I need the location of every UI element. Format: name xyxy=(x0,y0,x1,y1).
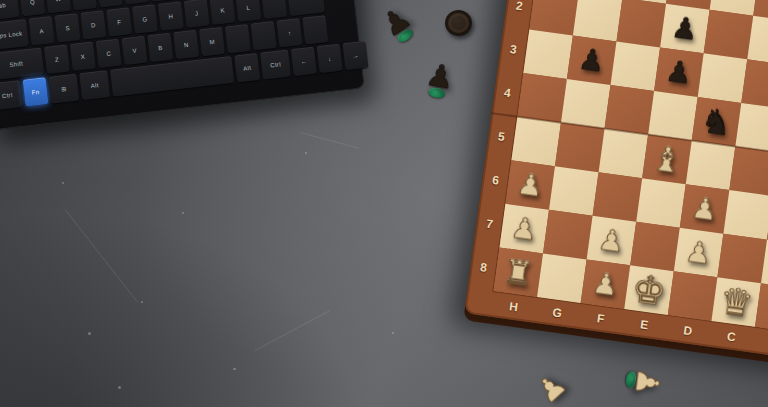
key-z: Z xyxy=(44,44,70,73)
piece-glyph: ♞ xyxy=(699,100,735,144)
white-pawn-h6[interactable]: ♟ xyxy=(505,160,555,210)
key-b: B xyxy=(147,33,173,62)
square-h3[interactable] xyxy=(523,29,573,79)
square-g4[interactable] xyxy=(561,79,611,129)
key-d: D xyxy=(80,10,106,39)
white-pawn-d7[interactable]: ♟ xyxy=(674,228,724,278)
black-pawn-e2[interactable]: ♟ xyxy=(660,4,710,54)
black-pawn-lying-1: ♟ xyxy=(374,0,420,47)
square-h4[interactable] xyxy=(517,73,567,123)
white-bishop-e5[interactable]: ♝ xyxy=(642,135,692,185)
key-alt: Alt xyxy=(234,53,260,82)
black-piece-upside-down xyxy=(445,10,472,36)
square-e4[interactable] xyxy=(648,91,698,141)
piece-glyph: ♚ xyxy=(629,266,669,314)
black-pawn-g3[interactable]: ♟ xyxy=(567,35,617,85)
square-d5[interactable] xyxy=(686,141,736,191)
square-g8[interactable] xyxy=(537,253,587,303)
rank-label-7: 7 xyxy=(478,213,501,236)
piece-glyph: ♝ xyxy=(649,137,685,181)
square-f2[interactable] xyxy=(616,0,666,47)
key-r: R xyxy=(97,0,123,7)
file-label-f: F xyxy=(589,308,612,331)
black-knight-d4[interactable]: ♞ xyxy=(692,97,742,147)
key-blank xyxy=(302,15,328,44)
key-tab: Tab xyxy=(0,0,19,21)
key-→: → xyxy=(343,41,369,70)
key-j: J xyxy=(184,0,210,28)
key-t: T xyxy=(123,0,149,5)
black-pawn-e3[interactable]: ♟ xyxy=(654,47,704,97)
square-d3[interactable] xyxy=(698,53,748,103)
white-king-e8[interactable]: ♚ xyxy=(624,265,674,315)
square-c7[interactable] xyxy=(717,234,767,284)
key-↓: ↓ xyxy=(317,44,343,73)
black-pawn-lying-2: ♟ xyxy=(423,56,457,100)
key-v: V xyxy=(122,36,148,65)
key-f: F xyxy=(106,7,132,36)
key-ctrl: Ctrl xyxy=(0,80,23,110)
surface-scratch xyxy=(255,310,331,351)
white-pawn-f8[interactable]: ♟ xyxy=(581,259,631,309)
square-f4[interactable] xyxy=(605,85,655,135)
piece-glyph: ♟ xyxy=(683,234,713,271)
white-rook-h8[interactable]: ♜ xyxy=(493,247,543,297)
square-d2[interactable] xyxy=(704,10,754,60)
surface-scratch xyxy=(64,209,137,303)
rank-label-8: 8 xyxy=(472,256,495,279)
piece-glyph: ♟ xyxy=(515,166,545,203)
square-h5[interactable] xyxy=(511,117,561,167)
piece-glyph: ♟ xyxy=(509,210,539,247)
piece-glyph: ♟ xyxy=(664,54,694,91)
key-e: E xyxy=(71,0,97,10)
piece-glyph: ♟ xyxy=(689,190,719,227)
key-shift: Shift xyxy=(0,47,44,80)
square-f5[interactable] xyxy=(599,129,649,179)
square-g5[interactable] xyxy=(555,123,605,173)
key-m: M xyxy=(199,27,225,56)
file-label-c: C xyxy=(720,325,743,348)
piece-glyph: ♛ xyxy=(717,279,756,326)
key-blank xyxy=(287,0,325,16)
file-label-e: E xyxy=(633,314,656,337)
key-a: A xyxy=(29,16,55,45)
piece-glyph: ♟ xyxy=(628,366,667,398)
keyboard: TabQWERTYUIOPCaps LockASDFGHJKLShiftZXCV… xyxy=(0,0,365,131)
piece-glyph: ♟ xyxy=(374,0,417,44)
square-c5[interactable] xyxy=(729,147,768,197)
chessboard: 2345678HGFEDC♛♚♟♜♟♟♟♟♟♝♞♟♟♟ xyxy=(464,0,768,368)
rank-label-5: 5 xyxy=(490,125,513,148)
rank-label-2: 2 xyxy=(508,0,531,17)
key-blank xyxy=(225,24,251,53)
square-e6[interactable] xyxy=(636,178,686,228)
key-blank xyxy=(261,0,287,19)
key-x: X xyxy=(70,42,96,71)
key-g: G xyxy=(132,4,158,33)
white-pawn-lying-1: ♟ xyxy=(529,365,574,407)
key-s: S xyxy=(55,13,81,42)
white-pawn-f7[interactable]: ♟ xyxy=(587,216,637,266)
key-blank xyxy=(251,21,277,50)
key-←: ← xyxy=(291,47,317,76)
square-c3[interactable] xyxy=(741,59,768,109)
file-label-g: G xyxy=(546,302,569,325)
rank-label-3: 3 xyxy=(502,38,525,61)
key-l: L xyxy=(235,0,261,22)
piece-glyph: ♟ xyxy=(596,222,626,259)
square-g2[interactable] xyxy=(573,0,623,41)
desk-scene: TabQWERTYUIOPCaps LockASDFGHJKLShiftZXCV… xyxy=(0,0,768,407)
key-alt: Alt xyxy=(79,70,110,100)
piece-glyph: ♜ xyxy=(501,251,536,294)
key-caps-lock: Caps Lock xyxy=(0,19,29,50)
key-n: N xyxy=(173,30,199,59)
square-d8[interactable] xyxy=(668,271,718,321)
file-label-h: H xyxy=(502,296,525,319)
key-⊞: ⊞ xyxy=(48,74,79,104)
key-w: W xyxy=(45,0,71,13)
white-pawn-lying-2: ♟ xyxy=(624,366,667,398)
square-e7[interactable] xyxy=(630,222,680,272)
square-c6[interactable] xyxy=(723,190,768,240)
key-q: Q xyxy=(19,0,45,16)
piece-glyph: ♟ xyxy=(529,365,574,407)
piece-glyph: ♟ xyxy=(577,42,607,79)
white-pawn-d6[interactable]: ♟ xyxy=(680,184,730,234)
key-k: K xyxy=(210,0,236,25)
square-f6[interactable] xyxy=(593,172,643,222)
piece-glyph: ♟ xyxy=(423,56,457,96)
rank-label-6: 6 xyxy=(484,169,507,192)
rank-label-4: 4 xyxy=(496,82,519,105)
key-↑: ↑ xyxy=(277,18,303,47)
white-queen-c8[interactable]: ♛ xyxy=(711,277,761,327)
piece-glyph: ♟ xyxy=(670,10,700,47)
surface-scratch xyxy=(301,132,359,148)
white-pawn-h7[interactable]: ♟ xyxy=(499,204,549,254)
key-c: C xyxy=(96,39,122,68)
key-h: H xyxy=(158,1,184,30)
square-g6[interactable] xyxy=(549,166,599,216)
square-g7[interactable] xyxy=(543,210,593,260)
key-fn: Fn xyxy=(23,77,49,106)
piece-glyph: ♟ xyxy=(590,266,620,303)
key-ctrl: Ctrl xyxy=(260,49,291,79)
square-f3[interactable] xyxy=(611,41,661,91)
file-label-d: D xyxy=(677,320,700,343)
